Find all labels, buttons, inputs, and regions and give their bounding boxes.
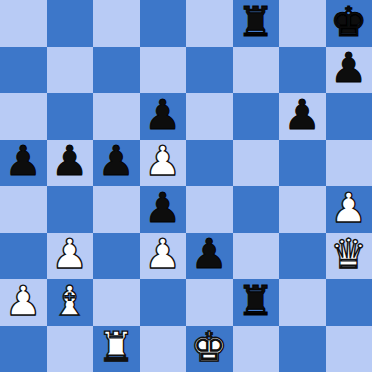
square-h1[interactable] xyxy=(326,326,372,372)
white-pawn: ♟ xyxy=(51,234,88,275)
square-d1[interactable] xyxy=(140,326,187,372)
square-h3[interactable]: ♛ xyxy=(326,233,372,280)
square-d6[interactable]: ♟ xyxy=(140,93,187,140)
black-rook: ♜ xyxy=(237,281,274,322)
square-h6[interactable] xyxy=(326,93,372,140)
square-f8[interactable]: ♜ xyxy=(233,0,280,47)
square-d7[interactable] xyxy=(140,47,187,94)
square-b5[interactable]: ♟ xyxy=(47,140,94,187)
square-d3[interactable]: ♟ xyxy=(140,233,187,280)
square-a3[interactable] xyxy=(0,233,47,280)
black-pawn: ♟ xyxy=(330,48,367,89)
black-king: ♚ xyxy=(330,2,367,43)
square-c2[interactable] xyxy=(93,279,140,326)
white-pawn: ♟ xyxy=(5,281,42,322)
square-f2[interactable]: ♜ xyxy=(233,279,280,326)
square-d2[interactable] xyxy=(140,279,187,326)
square-e5[interactable] xyxy=(186,140,233,187)
square-g3[interactable] xyxy=(279,233,326,280)
chess-board: ♜♚♟♟♟♟♟♟♟♟♟♟♟♟♛♟♝♜♜♚ xyxy=(0,0,372,372)
square-g4[interactable] xyxy=(279,186,326,233)
black-pawn: ♟ xyxy=(5,141,42,182)
square-c1[interactable]: ♜ xyxy=(93,326,140,372)
square-g6[interactable]: ♟ xyxy=(279,93,326,140)
square-h5[interactable] xyxy=(326,140,372,187)
square-f6[interactable] xyxy=(233,93,280,140)
black-pawn: ♟ xyxy=(191,234,228,275)
square-c6[interactable] xyxy=(93,93,140,140)
square-a6[interactable] xyxy=(0,93,47,140)
square-d4[interactable]: ♟ xyxy=(140,186,187,233)
square-e8[interactable] xyxy=(186,0,233,47)
square-h8[interactable]: ♚ xyxy=(326,0,372,47)
white-bishop: ♝ xyxy=(51,281,88,322)
square-d5[interactable]: ♟ xyxy=(140,140,187,187)
square-b7[interactable] xyxy=(47,47,94,94)
square-a8[interactable] xyxy=(0,0,47,47)
black-rook: ♜ xyxy=(237,2,274,43)
square-f4[interactable] xyxy=(233,186,280,233)
square-a7[interactable] xyxy=(0,47,47,94)
square-c3[interactable] xyxy=(93,233,140,280)
square-g2[interactable] xyxy=(279,279,326,326)
square-e4[interactable] xyxy=(186,186,233,233)
square-f7[interactable] xyxy=(233,47,280,94)
square-e2[interactable] xyxy=(186,279,233,326)
black-pawn: ♟ xyxy=(51,141,88,182)
square-a1[interactable] xyxy=(0,326,47,372)
square-g8[interactable] xyxy=(279,0,326,47)
white-pawn: ♟ xyxy=(330,188,367,229)
white-pawn: ♟ xyxy=(144,141,181,182)
white-queen: ♛ xyxy=(330,234,367,275)
square-b2[interactable]: ♝ xyxy=(47,279,94,326)
square-e3[interactable]: ♟ xyxy=(186,233,233,280)
square-h2[interactable] xyxy=(326,279,372,326)
square-c8[interactable] xyxy=(93,0,140,47)
square-a5[interactable]: ♟ xyxy=(0,140,47,187)
square-g5[interactable] xyxy=(279,140,326,187)
square-e7[interactable] xyxy=(186,47,233,94)
square-e1[interactable]: ♚ xyxy=(186,326,233,372)
square-c7[interactable] xyxy=(93,47,140,94)
square-h7[interactable]: ♟ xyxy=(326,47,372,94)
square-b8[interactable] xyxy=(47,0,94,47)
square-a4[interactable] xyxy=(0,186,47,233)
square-c5[interactable]: ♟ xyxy=(93,140,140,187)
square-b4[interactable] xyxy=(47,186,94,233)
square-b1[interactable] xyxy=(47,326,94,372)
square-e6[interactable] xyxy=(186,93,233,140)
square-b6[interactable] xyxy=(47,93,94,140)
square-f1[interactable] xyxy=(233,326,280,372)
square-g1[interactable] xyxy=(279,326,326,372)
square-f5[interactable] xyxy=(233,140,280,187)
square-b3[interactable]: ♟ xyxy=(47,233,94,280)
black-pawn: ♟ xyxy=(284,95,321,136)
white-king: ♚ xyxy=(191,327,228,368)
square-d8[interactable] xyxy=(140,0,187,47)
square-c4[interactable] xyxy=(93,186,140,233)
white-rook: ♜ xyxy=(98,327,135,368)
square-f3[interactable] xyxy=(233,233,280,280)
black-pawn: ♟ xyxy=(98,141,135,182)
white-pawn: ♟ xyxy=(144,234,181,275)
black-pawn: ♟ xyxy=(144,188,181,229)
square-a2[interactable]: ♟ xyxy=(0,279,47,326)
black-pawn: ♟ xyxy=(144,95,181,136)
square-h4[interactable]: ♟ xyxy=(326,186,372,233)
square-g7[interactable] xyxy=(279,47,326,94)
